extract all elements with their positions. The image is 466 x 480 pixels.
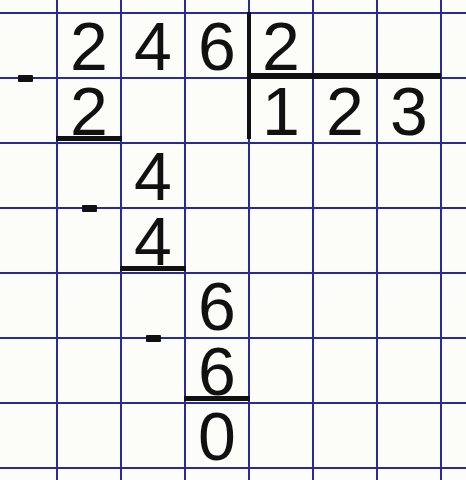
cell-digit: 2 [249, 13, 313, 78]
grid-line-vertical [440, 0, 442, 480]
cell-digit: 3 [377, 78, 441, 143]
cell-digit: 2 [57, 78, 121, 143]
grid-line-vertical [376, 0, 378, 480]
cell-digit: 4 [121, 13, 185, 78]
cell-digit: 6 [185, 338, 249, 403]
cell-digit: 2 [313, 78, 377, 143]
cell-digit: 0 [185, 403, 249, 468]
cell-digit: 4 [121, 143, 185, 208]
grid-line-horizontal [0, 207, 466, 209]
minus-sign [82, 205, 97, 212]
cell-digit: 6 [185, 273, 249, 338]
cell-digit: 1 [249, 78, 313, 143]
cell-digit: 4 [121, 208, 185, 273]
worksheet-cell-grid: 2462212344660 [0, 0, 466, 480]
cell-digit: 2 [57, 13, 121, 78]
minus-sign [146, 335, 161, 342]
squared-paper-long-division-board: 2462212344660 [0, 0, 466, 480]
minus-sign [18, 75, 33, 82]
cell-digit: 6 [185, 13, 249, 78]
